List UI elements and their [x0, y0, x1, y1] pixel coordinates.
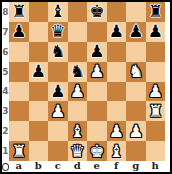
square-c1[interactable] — [48, 141, 68, 161]
square-c8[interactable]: ♝ — [48, 2, 68, 22]
square-g2[interactable]: ♟ — [126, 121, 146, 141]
file-label-g: g — [126, 161, 146, 172]
white-rook-a1[interactable]: ♜ — [9, 141, 29, 161]
square-e4[interactable] — [87, 82, 107, 102]
square-f5[interactable] — [107, 62, 127, 82]
square-h6[interactable] — [146, 42, 166, 62]
rank-label-6: 6 — [2, 42, 9, 62]
white-rook-h3[interactable]: ♜ — [146, 101, 166, 121]
file-label-d: d — [68, 161, 88, 172]
white-pawn-h4[interactable]: ♟ — [146, 82, 166, 102]
rank-label-8: 8 — [2, 2, 9, 22]
square-f3[interactable] — [107, 101, 127, 121]
file-label-b: b — [29, 161, 49, 172]
square-f7[interactable]: ♟ — [107, 22, 127, 42]
square-e5[interactable]: ♟ — [87, 62, 107, 82]
square-b4[interactable] — [29, 82, 49, 102]
file-label-e: e — [87, 161, 107, 172]
square-f6[interactable] — [107, 42, 127, 62]
square-e7[interactable] — [87, 22, 107, 42]
square-g5[interactable]: ♞ — [126, 62, 146, 82]
square-d5[interactable]: ♞ — [68, 62, 88, 82]
square-a4[interactable] — [9, 82, 29, 102]
square-f4[interactable] — [107, 82, 127, 102]
black-pawn-g7[interactable]: ♟ — [126, 22, 146, 42]
square-h4[interactable]: ♟ — [146, 82, 166, 102]
square-b1[interactable] — [29, 141, 49, 161]
square-b8[interactable] — [29, 2, 49, 22]
square-c2[interactable] — [48, 121, 68, 141]
square-c4[interactable]: ♟ — [48, 82, 68, 102]
white-pawn-d4[interactable]: ♟ — [68, 82, 88, 102]
square-b2[interactable] — [29, 121, 49, 141]
square-h2[interactable] — [146, 121, 166, 141]
square-a2[interactable] — [9, 121, 29, 141]
rank-label-5: 5 — [2, 62, 9, 82]
square-d1[interactable]: ♛ — [68, 141, 88, 161]
square-h8[interactable]: ♜ — [146, 2, 166, 22]
black-queen-c7[interactable]: ♛ — [48, 22, 68, 42]
square-d6[interactable] — [68, 42, 88, 62]
black-rook-a8[interactable]: ♜ — [9, 2, 29, 22]
white-king-e1[interactable]: ♚ — [87, 141, 107, 161]
square-a7[interactable]: ♟ — [9, 22, 29, 42]
black-knight-c6[interactable]: ♞ — [48, 42, 68, 62]
side-to-move-indicator — [2, 162, 9, 172]
square-e1[interactable]: ♚ — [87, 141, 107, 161]
rank-label-2: 2 — [2, 121, 9, 141]
black-bishop-c8[interactable]: ♝ — [48, 2, 68, 22]
black-pawn-a7[interactable]: ♟ — [9, 22, 29, 42]
square-a3[interactable] — [9, 101, 29, 121]
square-d4[interactable]: ♟ — [68, 82, 88, 102]
file-label-c: c — [48, 161, 68, 172]
white-pawn-g2[interactable]: ♟ — [126, 121, 146, 141]
square-h3[interactable]: ♜ — [146, 101, 166, 121]
white-to-move-circle-icon — [2, 163, 9, 171]
square-c6[interactable]: ♞ — [48, 42, 68, 62]
square-e3[interactable] — [87, 101, 107, 121]
square-b6[interactable] — [29, 42, 49, 62]
square-d7[interactable] — [68, 22, 88, 42]
file-label-f: f — [107, 161, 127, 172]
white-queen-d1[interactable]: ♛ — [68, 141, 88, 161]
square-h1[interactable] — [146, 141, 166, 161]
white-knight-g5[interactable]: ♞ — [126, 62, 146, 82]
file-label-a: a — [9, 161, 29, 172]
square-g3[interactable] — [126, 101, 146, 121]
square-g1[interactable] — [126, 141, 146, 161]
square-f1[interactable]: ♝ — [107, 141, 127, 161]
square-b5[interactable]: ♟ — [29, 62, 49, 82]
square-c3[interactable]: ♟ — [48, 101, 68, 121]
black-pawn-f7[interactable]: ♟ — [107, 22, 127, 42]
black-pawn-e6[interactable]: ♟ — [87, 42, 107, 62]
square-e6[interactable]: ♟ — [87, 42, 107, 62]
square-h7[interactable]: ♟ — [146, 22, 166, 42]
white-bishop-f1[interactable]: ♝ — [107, 141, 127, 161]
square-f8[interactable] — [107, 2, 127, 22]
square-d2[interactable]: ♝ — [68, 121, 88, 141]
white-pawn-c3[interactable]: ♟ — [48, 101, 68, 121]
rank-label-7: 7 — [2, 22, 9, 42]
black-knight-d5[interactable]: ♞ — [68, 62, 88, 82]
square-b3[interactable] — [29, 101, 49, 121]
black-pawn-c4[interactable]: ♟ — [48, 82, 68, 102]
rank-label-4: 4 — [2, 82, 9, 102]
square-e2[interactable] — [87, 121, 107, 141]
square-g6[interactable] — [126, 42, 146, 62]
square-d8[interactable] — [68, 2, 88, 22]
square-a6[interactable] — [9, 42, 29, 62]
file-label-h: h — [146, 161, 166, 172]
rank-label-3: 3 — [2, 101, 9, 121]
black-king-e8[interactable]: ♚ — [87, 2, 107, 22]
chess-board[interactable]: ♜♝♚♜♟♛♟♟♟♞♟♟♞♟♞♟♟♟♟♜♝♟♟♜♛♚♝ — [9, 2, 165, 161]
rank-label-1: 1 — [2, 141, 9, 161]
black-pawn-h7[interactable]: ♟ — [146, 22, 166, 42]
square-c5[interactable] — [48, 62, 68, 82]
square-b7[interactable] — [29, 22, 49, 42]
square-g8[interactable] — [126, 2, 146, 22]
white-pawn-e5[interactable]: ♟ — [87, 62, 107, 82]
square-a5[interactable] — [9, 62, 29, 82]
square-a8[interactable]: ♜ — [9, 2, 29, 22]
square-d3[interactable] — [68, 101, 88, 121]
square-h5[interactable] — [146, 62, 166, 82]
rank-labels: 87654321 — [2, 2, 9, 161]
square-c7[interactable]: ♛ — [48, 22, 68, 42]
black-pawn-b5[interactable]: ♟ — [29, 62, 49, 82]
square-g7[interactable]: ♟ — [126, 22, 146, 42]
square-a1[interactable]: ♜ — [9, 141, 29, 161]
square-e8[interactable]: ♚ — [87, 2, 107, 22]
white-bishop-d2[interactable]: ♝ — [68, 121, 88, 141]
black-rook-h8[interactable]: ♜ — [146, 2, 166, 22]
square-g4[interactable] — [126, 82, 146, 102]
file-labels: abcdefgh — [9, 161, 165, 172]
square-f2[interactable]: ♟ — [107, 121, 127, 141]
white-pawn-f2[interactable]: ♟ — [107, 121, 127, 141]
chess-diagram: 87654321 ♜♝♚♜♟♛♟♟♟♞♟♟♞♟♞♟♟♟♟♜♝♟♟♜♛♚♝ abc… — [0, 0, 172, 174]
